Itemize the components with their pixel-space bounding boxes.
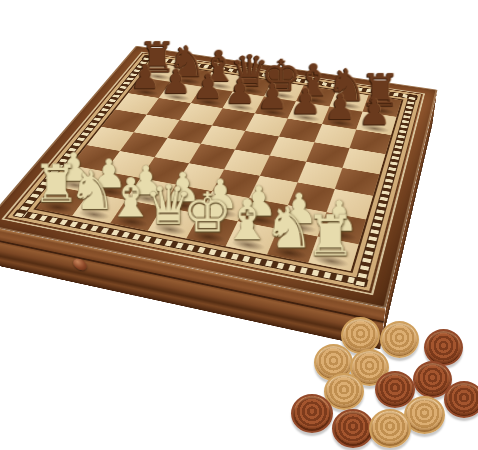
checker-tan (369, 409, 411, 448)
checker-red (444, 381, 478, 418)
product-photo: ♜♞♝♛♚♝♞♜♟♟♟♟♟♟♟♟♟♟♟♟♟♟♟♟♜♞♝♛♚♝♞♜ (0, 0, 478, 450)
checker-tan (380, 321, 419, 358)
chess-board-scene: ♜♞♝♛♚♝♞♜♟♟♟♟♟♟♟♟♟♟♟♟♟♟♟♟♜♞♝♛♚♝♞♜ (0, 46, 437, 309)
piece-black-pawn: ♟ (343, 94, 405, 130)
piece-white-rook: ♜ (292, 207, 368, 264)
checker-red (291, 394, 333, 433)
board-grid: ♜♞♝♛♚♝♞♜♟♟♟♟♟♟♟♟♟♟♟♟♟♟♟♟♜♞♝♛♚♝♞♜ (36, 63, 401, 271)
square-h6 (349, 129, 391, 154)
checker-red (332, 409, 374, 448)
